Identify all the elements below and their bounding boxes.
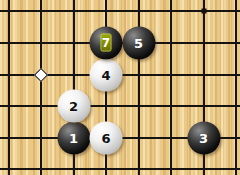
go-app-screen: 1234567 bbox=[0, 0, 240, 175]
stone-white-6[interactable]: 6 bbox=[90, 121, 123, 154]
grid-line-vertical bbox=[40, 0, 42, 175]
grid-line-vertical bbox=[235, 0, 237, 175]
move-number-label: 2 bbox=[69, 100, 78, 113]
move-number-label: 6 bbox=[101, 131, 110, 144]
stone-black-5[interactable]: 5 bbox=[122, 27, 155, 60]
stone-black-7[interactable]: 7 bbox=[90, 27, 123, 60]
grid-line-vertical bbox=[8, 0, 10, 175]
diamond-marker bbox=[34, 67, 48, 81]
hoshi-star-point bbox=[201, 9, 206, 14]
stone-white-2[interactable]: 2 bbox=[57, 90, 90, 123]
grid-line-vertical bbox=[170, 0, 172, 175]
stone-black-1[interactable]: 1 bbox=[57, 121, 90, 154]
last-move-number-label: 7 bbox=[101, 33, 112, 51]
go-board[interactable]: 1234567 bbox=[0, 0, 240, 175]
move-number-label: 5 bbox=[134, 37, 143, 50]
move-number-label: 4 bbox=[101, 68, 110, 81]
stone-black-3[interactable]: 3 bbox=[187, 121, 220, 154]
stone-white-4[interactable]: 4 bbox=[90, 58, 123, 91]
move-number-label: 1 bbox=[69, 131, 78, 144]
move-number-label: 3 bbox=[199, 131, 208, 144]
